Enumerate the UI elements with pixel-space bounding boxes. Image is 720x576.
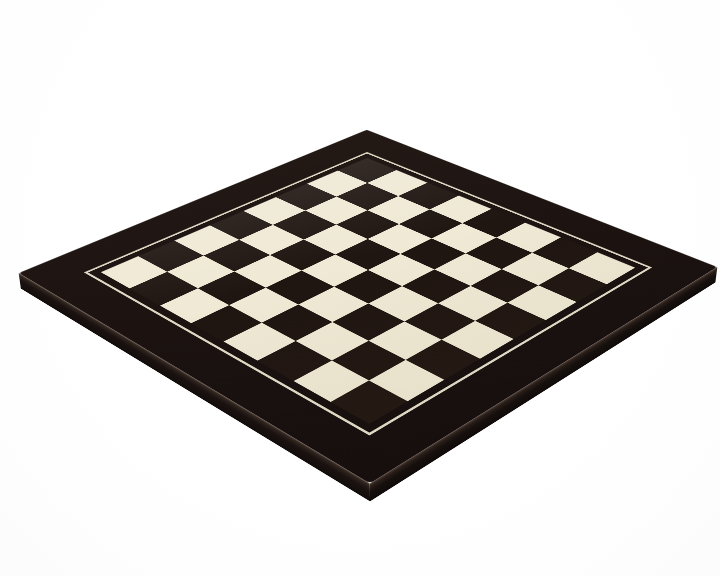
chess-board xyxy=(19,130,718,484)
photo-background xyxy=(0,0,720,576)
